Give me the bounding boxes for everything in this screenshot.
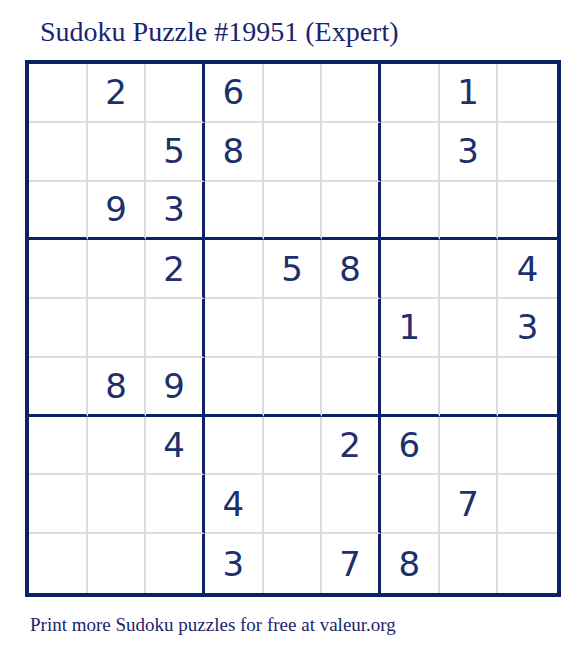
cell-r1c1 [29, 64, 88, 123]
cell-r6c9 [498, 358, 557, 417]
cell-r2c9 [498, 123, 557, 182]
cell-r1c8: 1 [440, 64, 499, 123]
cell-r4c9: 4 [498, 240, 557, 299]
cell-r9c5 [264, 534, 323, 593]
cell-r7c4 [205, 417, 264, 476]
cell-r3c9 [498, 182, 557, 241]
cell-r4c6: 8 [322, 240, 381, 299]
cell-r2c6 [322, 123, 381, 182]
cell-r1c4: 6 [205, 64, 264, 123]
cell-r9c1 [29, 534, 88, 593]
cell-r2c5 [264, 123, 323, 182]
cell-r4c1 [29, 240, 88, 299]
cell-r6c6 [322, 358, 381, 417]
cell-r4c4 [205, 240, 264, 299]
cell-r4c5: 5 [264, 240, 323, 299]
cell-r1c5 [264, 64, 323, 123]
cell-r7c7: 6 [381, 417, 440, 476]
cell-r5c7: 1 [381, 299, 440, 358]
cell-r8c4: 4 [205, 475, 264, 534]
cell-r9c3 [146, 534, 205, 593]
cell-r9c8 [440, 534, 499, 593]
cell-r6c3: 9 [146, 358, 205, 417]
cell-r7c2 [88, 417, 147, 476]
cell-r5c9: 3 [498, 299, 557, 358]
cell-r8c5 [264, 475, 323, 534]
page-title: Sudoku Puzzle #19951 (Expert) [40, 16, 399, 48]
cell-r9c4: 3 [205, 534, 264, 593]
cell-r1c3 [146, 64, 205, 123]
cell-r6c2: 8 [88, 358, 147, 417]
cell-r1c9 [498, 64, 557, 123]
cell-r3c8 [440, 182, 499, 241]
cell-r2c1 [29, 123, 88, 182]
cell-r4c2 [88, 240, 147, 299]
cell-r6c1 [29, 358, 88, 417]
cell-r3c6 [322, 182, 381, 241]
cell-r4c7 [381, 240, 440, 299]
cell-r9c6: 7 [322, 534, 381, 593]
sudoku-grid: 261583932584138942647378 [25, 60, 561, 597]
cell-r6c5 [264, 358, 323, 417]
cell-r7c5 [264, 417, 323, 476]
cell-r8c9 [498, 475, 557, 534]
cell-r3c7 [381, 182, 440, 241]
cell-r8c2 [88, 475, 147, 534]
cell-r9c7: 8 [381, 534, 440, 593]
cell-r5c8 [440, 299, 499, 358]
cell-r3c1 [29, 182, 88, 241]
cell-r2c2 [88, 123, 147, 182]
cell-r5c2 [88, 299, 147, 358]
cell-r3c4 [205, 182, 264, 241]
cell-r8c3 [146, 475, 205, 534]
cell-r7c9 [498, 417, 557, 476]
cell-r5c6 [322, 299, 381, 358]
cell-r7c8 [440, 417, 499, 476]
cell-r2c4: 8 [205, 123, 264, 182]
cell-r4c8 [440, 240, 499, 299]
cell-r2c3: 5 [146, 123, 205, 182]
cell-r7c1 [29, 417, 88, 476]
cell-r7c6: 2 [322, 417, 381, 476]
cell-r8c7 [381, 475, 440, 534]
cell-r2c8: 3 [440, 123, 499, 182]
cell-r8c8: 7 [440, 475, 499, 534]
cell-r2c7 [381, 123, 440, 182]
cell-r1c7 [381, 64, 440, 123]
cell-r6c8 [440, 358, 499, 417]
cell-r9c9 [498, 534, 557, 593]
cell-r5c3 [146, 299, 205, 358]
footer-text: Print more Sudoku puzzles for free at va… [30, 614, 396, 636]
cell-r3c2: 9 [88, 182, 147, 241]
cell-r5c5 [264, 299, 323, 358]
cell-r7c3: 4 [146, 417, 205, 476]
cell-r8c1 [29, 475, 88, 534]
cell-r1c2: 2 [88, 64, 147, 123]
cell-r4c3: 2 [146, 240, 205, 299]
cell-r1c6 [322, 64, 381, 123]
cell-r3c3: 3 [146, 182, 205, 241]
cell-r5c4 [205, 299, 264, 358]
cell-r8c6 [322, 475, 381, 534]
cell-r6c7 [381, 358, 440, 417]
cell-r6c4 [205, 358, 264, 417]
cell-r5c1 [29, 299, 88, 358]
cell-r3c5 [264, 182, 323, 241]
cell-r9c2 [88, 534, 147, 593]
